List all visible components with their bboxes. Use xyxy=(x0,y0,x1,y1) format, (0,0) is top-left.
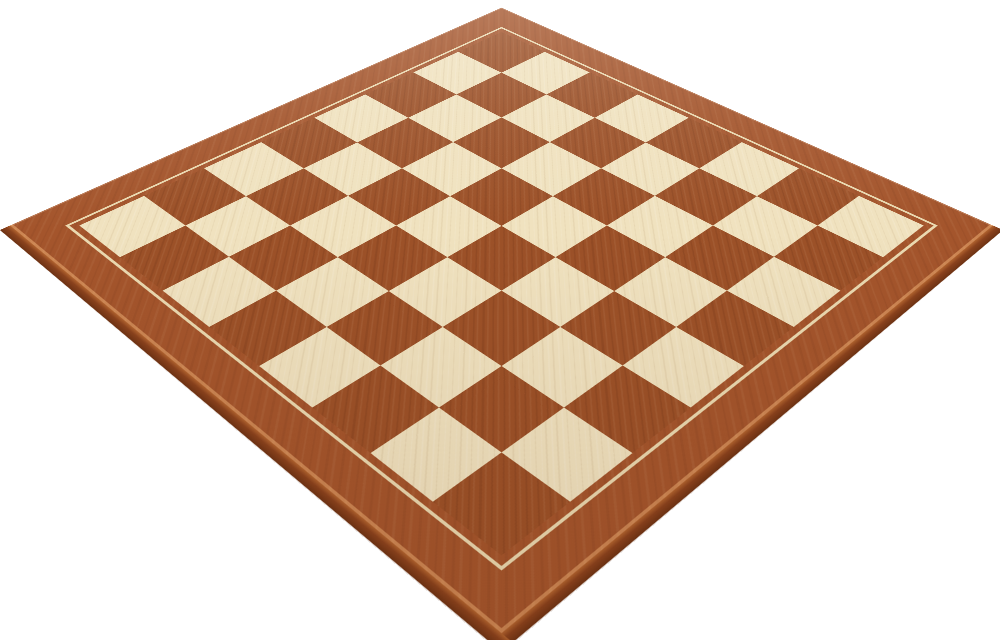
product-photo-background xyxy=(0,0,1000,640)
chess-board xyxy=(10,8,993,634)
frame-inlay-line xyxy=(65,27,938,571)
board-grid xyxy=(79,32,923,555)
board-frame xyxy=(10,8,993,634)
